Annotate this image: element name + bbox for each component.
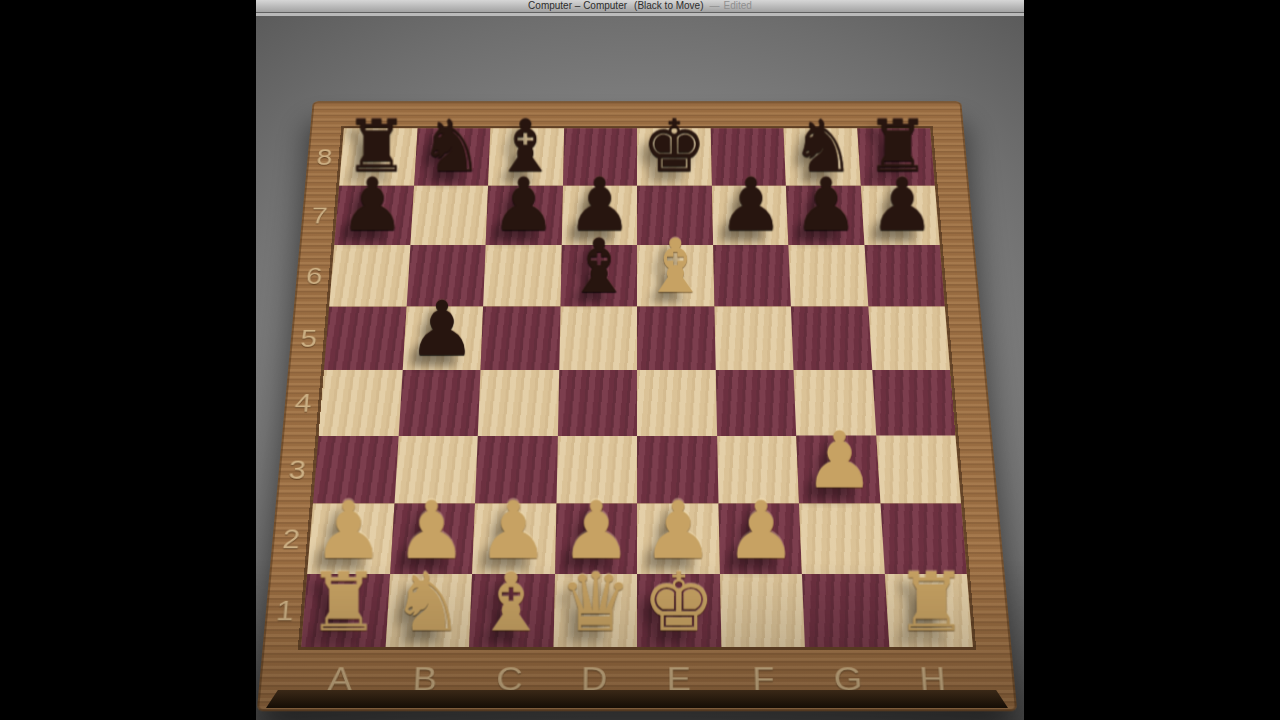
titlebar-highlight [256,13,1024,16]
app-window: Computer – Computer (Black to Move) — Ed… [0,0,1280,720]
chess-app-content: Computer – Computer (Black to Move) — Ed… [256,0,1024,720]
square-c7[interactable]: ♟ [486,186,563,245]
square-h7[interactable]: ♟ [860,186,939,245]
piece-black-pawn[interactable]: ♟ [788,168,864,241]
square-h3[interactable] [876,436,961,504]
piece-black-bishop[interactable]: ♝ [560,228,637,302]
piece-black-pawn[interactable]: ♟ [486,168,562,241]
square-f4[interactable] [715,370,796,436]
letterbox-left [0,0,256,720]
piece-black-knight[interactable]: ♞ [414,110,488,182]
piece-black-pawn[interactable]: ♟ [713,168,789,241]
square-e8[interactable]: ♚ [637,128,711,186]
rank-label-7: 7 [310,202,328,229]
square-d5[interactable] [559,306,637,369]
square-g6[interactable] [788,245,867,306]
turn-indicator: (Black to Move) [634,0,703,12]
square-e5[interactable] [637,306,715,369]
square-f7[interactable]: ♟ [711,186,788,245]
square-h6[interactable] [864,245,945,306]
piece-white-pawn[interactable]: ♟ [799,421,880,499]
square-f5[interactable] [714,306,794,369]
rank-label-3: 3 [287,454,307,485]
square-d4[interactable] [557,370,637,436]
square-a7[interactable]: ♟ [334,186,413,245]
piece-black-pawn[interactable]: ♟ [335,168,411,241]
square-c6[interactable] [483,245,561,306]
rank-label-5: 5 [299,324,318,353]
square-e6[interactable]: ♝ [637,245,714,306]
rank-label-6: 6 [305,262,324,290]
square-f6[interactable] [713,245,791,306]
piece-black-king[interactable]: ♚ [637,110,711,182]
square-g5[interactable] [791,306,872,369]
square-g3[interactable]: ♟ [796,436,880,504]
square-d6[interactable]: ♝ [560,245,637,306]
rank-label-4: 4 [293,388,312,418]
square-h5[interactable] [868,306,950,369]
square-b7[interactable] [410,186,488,245]
edited-badge: Edited [724,0,752,12]
window-title-bar[interactable]: Computer – Computer (Black to Move) — Ed… [256,0,1024,13]
piece-black-pawn[interactable]: ♟ [864,168,940,241]
square-b5[interactable]: ♟ [402,306,483,369]
piece-white-bishop[interactable]: ♝ [637,228,714,302]
square-g7[interactable]: ♟ [786,186,864,245]
square-a6[interactable] [329,245,410,306]
board-side-edge [266,690,1008,708]
rank-label-8: 8 [316,144,334,170]
rank-label-2: 2 [281,523,301,555]
title-separator: — [710,0,720,12]
square-c5[interactable] [480,306,560,369]
square-b4[interactable] [398,370,480,436]
square-h4[interactable] [872,370,956,436]
piece-white-pawn[interactable]: ♟ [719,490,801,570]
square-e4[interactable] [637,370,717,436]
piece-black-pawn[interactable]: ♟ [402,290,480,366]
square-a5[interactable] [324,306,406,369]
window-title: Computer – Computer [528,0,627,12]
square-a4[interactable] [319,370,403,436]
square-c4[interactable] [478,370,559,436]
letterbox-right [1024,0,1280,720]
square-b8[interactable]: ♞ [414,128,491,186]
